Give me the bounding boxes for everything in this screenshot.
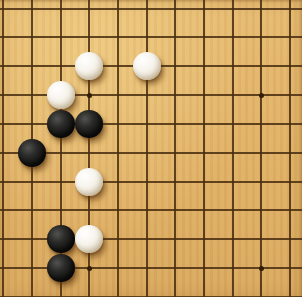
board-cell[interactable] bbox=[276, 52, 302, 81]
board-grid bbox=[0, 0, 302, 297]
board-cell[interactable] bbox=[161, 196, 190, 225]
board-cell[interactable] bbox=[190, 81, 219, 110]
board-cell[interactable] bbox=[190, 109, 219, 138]
board-cell[interactable] bbox=[132, 81, 161, 110]
board-cell[interactable] bbox=[276, 167, 302, 196]
board-cell[interactable] bbox=[75, 81, 104, 110]
board-cell[interactable] bbox=[104, 81, 133, 110]
board-cell[interactable] bbox=[190, 196, 219, 225]
board-cell[interactable] bbox=[247, 52, 276, 81]
board-cell[interactable] bbox=[218, 167, 247, 196]
board-cell[interactable] bbox=[104, 109, 133, 138]
board-cell[interactable] bbox=[75, 0, 104, 23]
go-board bbox=[0, 0, 302, 297]
board-cell[interactable] bbox=[161, 225, 190, 254]
board-cell[interactable] bbox=[46, 138, 75, 167]
board-cell[interactable] bbox=[0, 109, 18, 138]
board-cell[interactable] bbox=[276, 225, 302, 254]
board-cell[interactable] bbox=[190, 167, 219, 196]
board-cell[interactable] bbox=[247, 138, 276, 167]
board-cell[interactable] bbox=[46, 81, 75, 110]
board-cell[interactable] bbox=[104, 0, 133, 23]
star-point bbox=[259, 93, 264, 98]
board-cell[interactable] bbox=[190, 138, 219, 167]
board-cell[interactable] bbox=[161, 254, 190, 283]
board-cell[interactable] bbox=[75, 23, 104, 52]
board-cell[interactable] bbox=[132, 23, 161, 52]
board-cell[interactable] bbox=[46, 225, 75, 254]
board-cell[interactable] bbox=[190, 0, 219, 23]
board-cell[interactable] bbox=[276, 109, 302, 138]
board-cell[interactable] bbox=[218, 225, 247, 254]
board-cell[interactable] bbox=[46, 52, 75, 81]
board-cell[interactable] bbox=[218, 109, 247, 138]
board-cell[interactable] bbox=[218, 283, 247, 297]
board-cell[interactable] bbox=[190, 52, 219, 81]
board-cell[interactable] bbox=[247, 81, 276, 110]
board-cell[interactable] bbox=[0, 138, 18, 167]
board-cell[interactable] bbox=[0, 196, 18, 225]
board-cell[interactable] bbox=[247, 225, 276, 254]
black-stone bbox=[47, 225, 75, 253]
board-cell[interactable] bbox=[276, 283, 302, 297]
board-cell[interactable] bbox=[190, 254, 219, 283]
board-cell[interactable] bbox=[46, 0, 75, 23]
board-cell[interactable] bbox=[0, 81, 18, 110]
board-cell[interactable] bbox=[218, 196, 247, 225]
board-cell[interactable] bbox=[247, 0, 276, 23]
board-cell[interactable] bbox=[218, 0, 247, 23]
board-cell[interactable] bbox=[18, 23, 47, 52]
board-cell[interactable] bbox=[46, 109, 75, 138]
board-cell[interactable] bbox=[247, 196, 276, 225]
board-cell[interactable] bbox=[276, 0, 302, 23]
board-cell[interactable] bbox=[46, 23, 75, 52]
board-cell[interactable] bbox=[132, 167, 161, 196]
board-cell[interactable] bbox=[161, 138, 190, 167]
board-cell[interactable] bbox=[75, 196, 104, 225]
board-cell[interactable] bbox=[276, 81, 302, 110]
board-cell[interactable] bbox=[75, 283, 104, 297]
board-cell[interactable] bbox=[161, 81, 190, 110]
board-cell[interactable] bbox=[104, 23, 133, 52]
board-cell[interactable] bbox=[161, 52, 190, 81]
black-stone bbox=[47, 110, 75, 138]
board-cell[interactable] bbox=[161, 0, 190, 23]
board-cell[interactable] bbox=[0, 254, 18, 283]
board-cell[interactable] bbox=[75, 167, 104, 196]
board-cell[interactable] bbox=[0, 0, 18, 23]
star-point bbox=[259, 266, 264, 271]
board-cell[interactable] bbox=[104, 283, 133, 297]
board-cell[interactable] bbox=[0, 283, 18, 297]
star-point bbox=[87, 266, 92, 271]
board-cell[interactable] bbox=[46, 196, 75, 225]
board-cell[interactable] bbox=[190, 225, 219, 254]
board-cell[interactable] bbox=[18, 109, 47, 138]
board-cell[interactable] bbox=[104, 138, 133, 167]
board-cell[interactable] bbox=[18, 167, 47, 196]
board-cell[interactable] bbox=[104, 254, 133, 283]
board-cell[interactable] bbox=[18, 52, 47, 81]
board-cell[interactable] bbox=[0, 225, 18, 254]
star-point bbox=[87, 93, 92, 98]
board-cell[interactable] bbox=[132, 254, 161, 283]
board-cell[interactable] bbox=[132, 283, 161, 297]
board-cell[interactable] bbox=[0, 167, 18, 196]
board-cell[interactable] bbox=[247, 254, 276, 283]
white-stone bbox=[75, 225, 103, 253]
board-cell[interactable] bbox=[18, 225, 47, 254]
board-cell[interactable] bbox=[18, 254, 47, 283]
board-cell[interactable] bbox=[161, 167, 190, 196]
white-stone bbox=[47, 81, 75, 109]
board-cell[interactable] bbox=[104, 52, 133, 81]
board-cell[interactable] bbox=[218, 23, 247, 52]
board-cell[interactable] bbox=[75, 225, 104, 254]
board-cell[interactable] bbox=[18, 283, 47, 297]
white-stone bbox=[75, 168, 103, 196]
black-stone bbox=[18, 139, 46, 167]
board-cell[interactable] bbox=[18, 0, 47, 23]
board-cell[interactable] bbox=[104, 225, 133, 254]
board-cell[interactable] bbox=[132, 52, 161, 81]
board-cell[interactable] bbox=[0, 23, 18, 52]
board-cell[interactable] bbox=[104, 167, 133, 196]
board-cell[interactable] bbox=[276, 23, 302, 52]
board-cell[interactable] bbox=[46, 167, 75, 196]
white-stone bbox=[133, 52, 161, 80]
board-cell[interactable] bbox=[190, 283, 219, 297]
board-cell[interactable] bbox=[276, 254, 302, 283]
board-cell[interactable] bbox=[75, 138, 104, 167]
board-cell[interactable] bbox=[218, 81, 247, 110]
board-cell[interactable] bbox=[75, 254, 104, 283]
board-cell[interactable] bbox=[46, 254, 75, 283]
board-cell[interactable] bbox=[218, 52, 247, 81]
board-cell[interactable] bbox=[132, 196, 161, 225]
board-cell[interactable] bbox=[276, 196, 302, 225]
board-cell[interactable] bbox=[46, 283, 75, 297]
black-stone bbox=[47, 254, 75, 282]
black-stone bbox=[75, 110, 103, 138]
board-cell[interactable] bbox=[132, 0, 161, 23]
board-cell[interactable] bbox=[75, 109, 104, 138]
board-cell[interactable] bbox=[132, 225, 161, 254]
board-cell[interactable] bbox=[276, 138, 302, 167]
board-cell[interactable] bbox=[218, 138, 247, 167]
board-cell[interactable] bbox=[104, 196, 133, 225]
board-cell[interactable] bbox=[247, 283, 276, 297]
board-cell[interactable] bbox=[132, 138, 161, 167]
board-cell[interactable] bbox=[247, 109, 276, 138]
board-cell[interactable] bbox=[0, 52, 18, 81]
board-cell[interactable] bbox=[18, 138, 47, 167]
board-cell[interactable] bbox=[161, 109, 190, 138]
board-cell[interactable] bbox=[161, 283, 190, 297]
board-cell[interactable] bbox=[247, 23, 276, 52]
board-cell[interactable] bbox=[218, 254, 247, 283]
board-cell[interactable] bbox=[132, 109, 161, 138]
board-cell[interactable] bbox=[18, 196, 47, 225]
board-cell[interactable] bbox=[18, 81, 47, 110]
board-cell[interactable] bbox=[247, 167, 276, 196]
board-cell[interactable] bbox=[161, 23, 190, 52]
white-stone bbox=[75, 52, 103, 80]
board-cell[interactable] bbox=[190, 23, 219, 52]
board-cell[interactable] bbox=[75, 52, 104, 81]
